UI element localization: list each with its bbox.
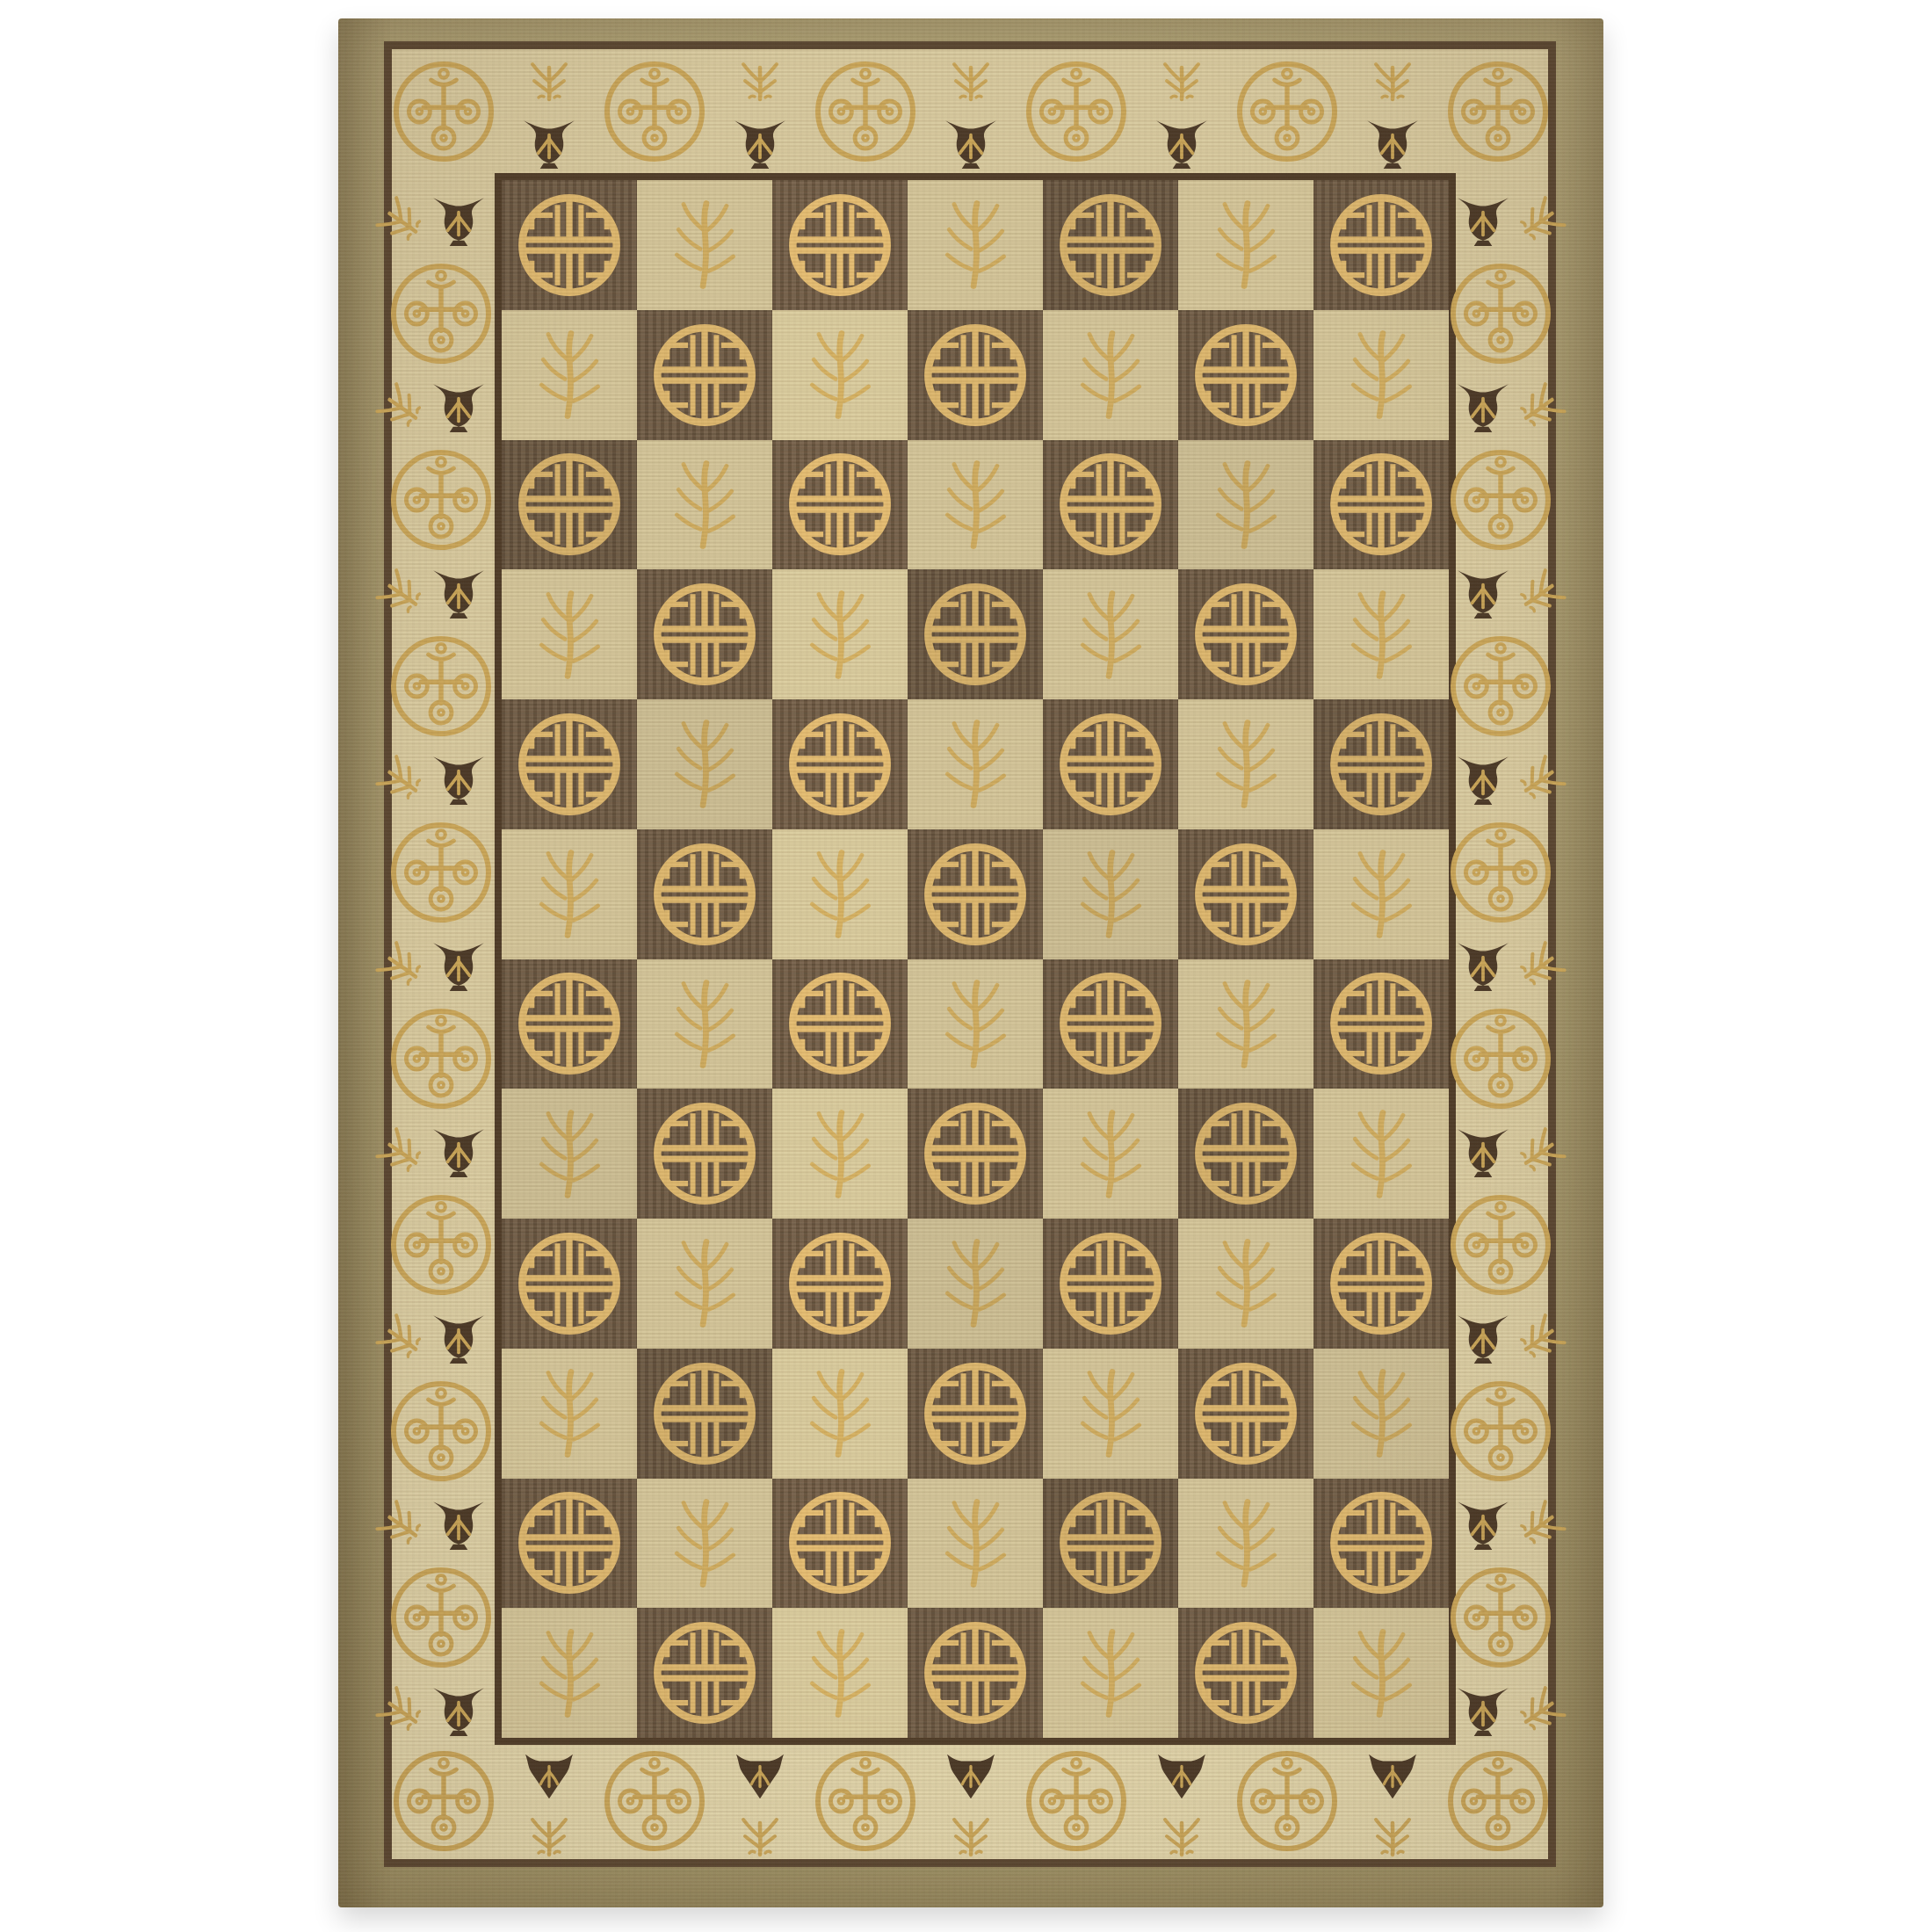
border-sprig [1507,185,1576,257]
border-sprig [521,1813,577,1858]
border-sprig [365,185,434,257]
sprig-icon [1364,1813,1421,1858]
border-fan [1367,1752,1418,1801]
border-fan [945,1752,996,1801]
coin-medallion-icon [1448,1565,1553,1670]
bud-icon [1454,754,1512,805]
border-bud [430,940,488,991]
sprig-icon [1154,57,1210,103]
sprig-icon [1507,371,1576,443]
border-coin [1234,1748,1340,1854]
sprig-icon [365,371,434,443]
border-bud [430,195,488,246]
border-bud [430,381,488,432]
border-coin [1234,59,1340,164]
border-coin [1024,59,1129,164]
sprig-icon [365,743,434,815]
border-coin [602,1748,707,1854]
border-sprig [1364,57,1421,103]
border-sprig [1507,743,1576,815]
border-bud [1454,754,1512,805]
bud-icon [1454,195,1512,246]
border-bud [1454,1685,1512,1736]
sprig-icon [365,1675,434,1747]
border-sprig [1507,1488,1576,1560]
sprig-icon [1507,1116,1576,1188]
coin-medallion-icon [1448,820,1553,925]
sprig-icon [365,1302,434,1374]
fan-icon [1156,1752,1207,1801]
border-coin [388,1565,494,1670]
bud-icon [1454,568,1512,619]
border-sprig [943,1813,999,1858]
coin-medallion-icon [813,59,918,164]
border-bud [1454,940,1512,991]
sprig-icon [365,185,434,257]
sprig-icon [1507,557,1576,629]
border-coin [813,59,918,164]
border-coin [1448,261,1553,366]
coin-medallion-icon [1448,1006,1553,1111]
sprig-icon [365,1116,434,1188]
border-sprig [521,57,577,103]
border-fan [524,1752,575,1801]
border-coin [388,447,494,553]
bud-icon [1153,118,1211,169]
sprig-icon [1364,57,1421,103]
border-bud [1454,195,1512,246]
coin-medallion-icon [1234,59,1340,164]
sprig-icon [1507,1302,1576,1374]
border-coin [388,820,494,925]
border-coin [1445,1748,1551,1854]
border-sprig [365,930,434,1002]
coin-medallion-icon [813,1748,918,1854]
coin-medallion-icon [388,1565,494,1670]
border-bud [1454,381,1512,432]
border-bud [430,1685,488,1736]
border-coin [391,59,496,164]
sprig-icon [521,57,577,103]
bud-icon [1454,1126,1512,1177]
bud-icon [731,118,789,169]
border-coin [813,1748,918,1854]
bud-icon [1454,381,1512,432]
border-coin [602,59,707,164]
border-bud [1454,1126,1512,1177]
border-sprig [1507,1116,1576,1188]
border-bud [1454,1499,1512,1550]
coin-medallion-icon [1445,59,1551,164]
coin-medallion-icon [1448,447,1553,553]
coin-medallion-icon [388,447,494,553]
border-sprig [365,557,434,629]
border-sprig [1154,57,1210,103]
border-coin [1448,1006,1553,1111]
bud-icon [1454,1499,1512,1550]
border-bud [430,1126,488,1177]
coin-medallion-icon [1448,1192,1553,1298]
rug [338,18,1603,1907]
bud-icon [430,568,488,619]
sprig-icon [943,1813,999,1858]
border-coin [388,1378,494,1484]
border-bud [430,1313,488,1364]
bud-icon [430,1685,488,1736]
coin-medallion-icon [1445,1748,1551,1854]
border-sprig [1154,1813,1210,1858]
border-sprig [1507,371,1576,443]
border-bud [1364,118,1422,169]
bud-icon [430,754,488,805]
border-sprig [365,1488,434,1560]
border-fan [1156,1752,1207,1801]
sprig-icon [365,557,434,629]
border-sprig [1507,557,1576,629]
border-bud [942,118,1000,169]
sprig-icon [365,1488,434,1560]
coin-medallion-icon [1448,1378,1553,1484]
border-bud [520,118,578,169]
bud-icon [520,118,578,169]
coin-medallion-icon [602,59,707,164]
border-bud [1153,118,1211,169]
coin-medallion-icon [391,1748,496,1854]
bud-icon [430,195,488,246]
border-sprig [1507,1302,1576,1374]
border-coin [388,261,494,366]
sprig-icon [365,930,434,1002]
sprig-icon [1507,930,1576,1002]
border-sprig [1364,1813,1421,1858]
coin-medallion-icon [388,1006,494,1111]
border-coin [1024,1748,1129,1854]
border-bud [1454,568,1512,619]
border-sprig [943,57,999,103]
coin-medallion-icon [1234,1748,1340,1854]
sprig-icon [1507,743,1576,815]
coin-medallion-icon [391,59,496,164]
coin-medallion-icon [388,820,494,925]
bud-icon [430,1126,488,1177]
border-coin [1448,820,1553,925]
border-coin [388,633,494,739]
border-coin [391,1748,496,1854]
coin-medallion-icon [602,1748,707,1854]
bud-icon [430,1313,488,1364]
bud-icon [1454,940,1512,991]
bud-icon [1454,1313,1512,1364]
border-sprig [365,1302,434,1374]
bud-icon [430,1499,488,1550]
fan-icon [524,1752,575,1801]
sprig-icon [943,57,999,103]
coin-medallion-icon [388,261,494,366]
sprig-icon [1507,185,1576,257]
border-coin [1448,447,1553,553]
page: { "game": "decorative checkerboard (ches… [0,0,1932,1932]
border-sprig [732,57,788,103]
border-ornament-layer [338,18,1603,1907]
border-sprig [365,743,434,815]
border-sprig [1507,1675,1576,1747]
border-sprig [732,1813,788,1858]
sprig-icon [1507,1675,1576,1747]
fan-icon [945,1752,996,1801]
border-sprig [365,1116,434,1188]
border-sprig [365,1675,434,1747]
border-coin [1448,633,1553,739]
border-bud [430,568,488,619]
sprig-icon [521,1813,577,1858]
fan-icon [1367,1752,1418,1801]
border-coin [1448,1192,1553,1298]
border-coin [388,1192,494,1298]
coin-medallion-icon [388,1378,494,1484]
border-sprig [365,371,434,443]
coin-medallion-icon [1024,59,1129,164]
bud-icon [1364,118,1422,169]
coin-medallion-icon [388,633,494,739]
sprig-icon [1507,1488,1576,1560]
bud-icon [430,940,488,991]
border-bud [1454,1313,1512,1364]
sprig-icon [1154,1813,1210,1858]
coin-medallion-icon [388,1192,494,1298]
sprig-icon [732,57,788,103]
coin-medallion-icon [1024,1748,1129,1854]
border-coin [1445,59,1551,164]
border-coin [1448,1378,1553,1484]
coin-medallion-icon [1448,633,1553,739]
fan-icon [734,1752,785,1801]
bud-icon [942,118,1000,169]
border-sprig [1507,930,1576,1002]
bud-icon [430,381,488,432]
border-fan [734,1752,785,1801]
border-coin [388,1006,494,1111]
border-bud [430,754,488,805]
bud-icon [1454,1685,1512,1736]
border-coin [1448,1565,1553,1670]
coin-medallion-icon [1448,261,1553,366]
border-bud [731,118,789,169]
sprig-icon [732,1813,788,1858]
border-bud [430,1499,488,1550]
